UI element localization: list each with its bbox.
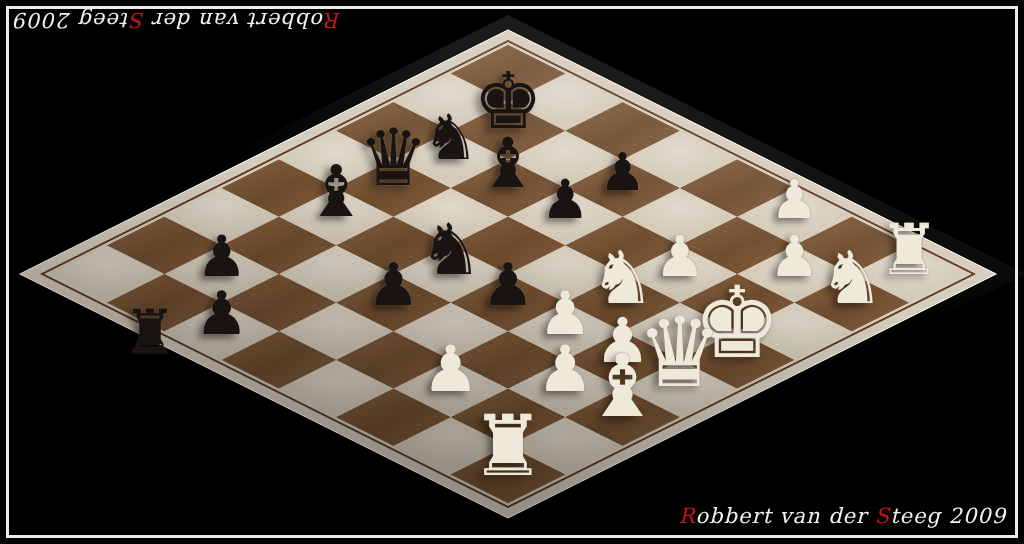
signature-segment: R [325,8,342,32]
piece-white-knight[interactable]: ♞ [819,241,884,314]
piece-black-knight[interactable]: ♞ [419,214,483,285]
signature-segment: teeg 2009 [14,8,130,32]
signature-segment: R [679,504,696,528]
piece-black-pawn[interactable]: ♟ [195,283,249,343]
signature-segment: S [130,8,145,32]
piece-white-rook[interactable]: ♜ [470,404,545,488]
piece-black-pawn[interactable]: ♟ [367,255,420,314]
piece-black-pawn[interactable]: ♟ [196,228,247,285]
piece-black-pawn[interactable]: ♟ [541,173,589,227]
piece-white-pawn[interactable]: ♟ [422,337,479,401]
signature-segment: obbert van der [695,504,874,528]
piece-black-rook[interactable]: ♜ [123,301,178,362]
piece-black-pawn[interactable]: ♟ [599,146,646,198]
piece-white-bishop[interactable]: ♝ [584,343,662,430]
piece-black-pawn[interactable]: ♟ [482,255,535,314]
piece-black-bishop[interactable]: ♝ [304,156,368,227]
artwork-stage: ♜♝♛♚♞♜♟♟♟♟♟♟♟♞♟♟♞♟♟♟♝♟♝♛♞♚♜ Robbert van … [0,0,1024,544]
artist-signature-mirrored: Robbert van der Steeg 2009 [14,8,341,32]
piece-black-queen[interactable]: ♛ [358,119,429,198]
artist-signature: Robbert van der Steeg 2009 [679,504,1006,528]
piece-black-bishop[interactable]: ♝ [477,129,539,198]
signature-segment: S [875,504,890,528]
signature-segment: teeg 2009 [890,504,1006,528]
signature-segment: obbert van der [145,8,324,32]
piece-white-rook[interactable]: ♜ [878,215,941,285]
piece-black-knight[interactable]: ♞ [422,106,478,169]
piece-white-pawn[interactable]: ♟ [770,173,818,227]
